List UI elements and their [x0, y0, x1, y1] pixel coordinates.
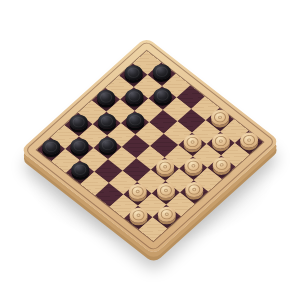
checker-black [97, 90, 115, 105]
checker-black [99, 137, 117, 152]
checker-black [125, 89, 143, 104]
checker-wood [212, 157, 230, 172]
checker-wood [129, 208, 147, 223]
checkers-board [20, 37, 280, 255]
checker-black [98, 114, 116, 129]
checker-wood [212, 134, 230, 149]
checker-black [153, 64, 171, 79]
checker-wood [158, 207, 176, 222]
checker-black [153, 88, 171, 103]
checker-wood [183, 134, 201, 149]
checker-black [70, 138, 88, 153]
checker-black [124, 65, 142, 80]
checker-black [69, 115, 87, 130]
checker-wood [240, 133, 258, 148]
checkers-board-photo [0, 0, 300, 300]
checker-black [126, 113, 144, 128]
checker-wood [157, 183, 175, 198]
checker-black [71, 162, 89, 177]
checker-wood [185, 182, 203, 197]
checker-wood [184, 158, 202, 173]
checker-wood [128, 184, 146, 199]
checker-wood [156, 159, 174, 174]
checker-wood [211, 110, 229, 125]
checker-black [42, 139, 60, 154]
